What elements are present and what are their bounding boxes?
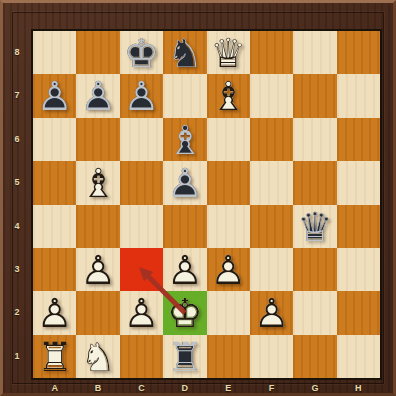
rank-label-5: 5 <box>7 161 27 204</box>
piece-outline-glyph: ♙ <box>33 74 76 117</box>
white-king[interactable]: ♚♔ <box>163 291 206 334</box>
piece-outline-glyph: ♙ <box>250 291 293 334</box>
piece-outline-glyph: ♗ <box>207 74 250 117</box>
square-a5[interactable] <box>33 161 76 204</box>
square-h1[interactable] <box>337 335 380 378</box>
square-c8[interactable]: ♚♔ <box>120 31 163 74</box>
square-e5[interactable] <box>207 161 250 204</box>
black-pawn[interactable]: ♟♙ <box>120 74 163 117</box>
rank-label-8: 8 <box>7 31 27 74</box>
square-c4[interactable] <box>120 205 163 248</box>
black-pawn[interactable]: ♟♙ <box>33 74 76 117</box>
square-g7[interactable] <box>293 74 336 117</box>
piece-outline-glyph: ♙ <box>207 248 250 291</box>
file-label-d: D <box>163 381 206 396</box>
file-label-a: A <box>33 381 76 396</box>
file-label-h: H <box>337 381 380 396</box>
piece-outline-glyph: ♙ <box>76 248 119 291</box>
square-g1[interactable] <box>293 335 336 378</box>
white-pawn[interactable]: ♟♙ <box>207 248 250 291</box>
file-label-e: E <box>207 381 250 396</box>
white-pawn[interactable]: ♟♙ <box>76 248 119 291</box>
square-f7[interactable] <box>250 74 293 117</box>
square-b8[interactable] <box>76 31 119 74</box>
chess-board: ♚♔♞♘♛♕♟♙♟♙♟♙♝♗♝♗♝♗♟♙♛♕♟♙♟♙♟♙♟♙♟♙♚♔♟♙♜♖♞♘… <box>33 31 380 378</box>
piece-outline-glyph: ♕ <box>207 31 250 74</box>
square-h6[interactable] <box>337 118 380 161</box>
square-g5[interactable] <box>293 161 336 204</box>
white-bishop[interactable]: ♝♗ <box>76 161 119 204</box>
square-b2[interactable] <box>76 291 119 334</box>
file-label-c: C <box>120 381 163 396</box>
square-e2[interactable] <box>207 291 250 334</box>
piece-outline-glyph: ♗ <box>76 161 119 204</box>
square-h5[interactable] <box>337 161 380 204</box>
square-b3[interactable]: ♟♙ <box>76 248 119 291</box>
square-f3[interactable] <box>250 248 293 291</box>
rank-label-2: 2 <box>7 291 27 334</box>
white-pawn[interactable]: ♟♙ <box>163 248 206 291</box>
square-e4[interactable] <box>207 205 250 248</box>
square-h7[interactable] <box>337 74 380 117</box>
square-b1[interactable]: ♞♘ <box>76 335 119 378</box>
square-d7[interactable] <box>163 74 206 117</box>
square-d6[interactable]: ♝♗ <box>163 118 206 161</box>
piece-outline-glyph: ♙ <box>163 161 206 204</box>
square-a8[interactable] <box>33 31 76 74</box>
black-pawn[interactable]: ♟♙ <box>76 74 119 117</box>
black-queen[interactable]: ♛♕ <box>293 205 336 248</box>
white-pawn[interactable]: ♟♙ <box>120 291 163 334</box>
square-g3[interactable] <box>293 248 336 291</box>
square-c3[interactable] <box>120 248 163 291</box>
white-bishop[interactable]: ♝♗ <box>207 74 250 117</box>
square-b7[interactable]: ♟♙ <box>76 74 119 117</box>
square-a1[interactable]: ♜♖ <box>33 335 76 378</box>
piece-outline-glyph: ♔ <box>163 291 206 334</box>
black-pawn[interactable]: ♟♙ <box>163 161 206 204</box>
square-e6[interactable] <box>207 118 250 161</box>
rank-label-4: 4 <box>7 205 27 248</box>
square-c1[interactable] <box>120 335 163 378</box>
white-pawn[interactable]: ♟♙ <box>33 291 76 334</box>
piece-outline-glyph: ♗ <box>163 118 206 161</box>
square-c2[interactable]: ♟♙ <box>120 291 163 334</box>
file-label-g: G <box>293 381 336 396</box>
board-frame-inner: ♚♔♞♘♛♕♟♙♟♙♟♙♝♗♝♗♝♗♟♙♛♕♟♙♟♙♟♙♟♙♟♙♚♔♟♙♜♖♞♘… <box>31 29 382 380</box>
square-b4[interactable] <box>76 205 119 248</box>
square-c5[interactable] <box>120 161 163 204</box>
square-g6[interactable] <box>293 118 336 161</box>
square-b5[interactable]: ♝♗ <box>76 161 119 204</box>
square-d3[interactable]: ♟♙ <box>163 248 206 291</box>
square-e8[interactable]: ♛♕ <box>207 31 250 74</box>
white-rook[interactable]: ♜♖ <box>33 335 76 378</box>
square-a7[interactable]: ♟♙ <box>33 74 76 117</box>
square-f4[interactable] <box>250 205 293 248</box>
square-h8[interactable] <box>337 31 380 74</box>
square-a2[interactable]: ♟♙ <box>33 291 76 334</box>
square-e7[interactable]: ♝♗ <box>207 74 250 117</box>
piece-outline-glyph: ♙ <box>163 248 206 291</box>
rank-label-1: 1 <box>7 335 27 378</box>
square-h3[interactable] <box>337 248 380 291</box>
square-a6[interactable] <box>33 118 76 161</box>
piece-outline-glyph: ♕ <box>293 205 336 248</box>
file-label-f: F <box>250 381 293 396</box>
square-h2[interactable] <box>337 291 380 334</box>
square-c6[interactable] <box>120 118 163 161</box>
piece-outline-glyph: ♙ <box>76 74 119 117</box>
square-a3[interactable] <box>33 248 76 291</box>
rank-label-6: 6 <box>7 118 27 161</box>
piece-outline-glyph: ♘ <box>163 31 206 74</box>
square-e3[interactable]: ♟♙ <box>207 248 250 291</box>
black-bishop[interactable]: ♝♗ <box>163 118 206 161</box>
square-f8[interactable] <box>250 31 293 74</box>
square-d8[interactable]: ♞♘ <box>163 31 206 74</box>
square-d1[interactable]: ♜♖ <box>163 335 206 378</box>
piece-outline-glyph: ♔ <box>120 31 163 74</box>
square-d4[interactable] <box>163 205 206 248</box>
square-a4[interactable] <box>33 205 76 248</box>
square-g2[interactable] <box>293 291 336 334</box>
square-g8[interactable] <box>293 31 336 74</box>
black-rook[interactable]: ♜♖ <box>163 335 206 378</box>
square-e1[interactable] <box>207 335 250 378</box>
rank-label-3: 3 <box>7 248 27 291</box>
square-f1[interactable] <box>250 335 293 378</box>
square-h4[interactable] <box>337 205 380 248</box>
piece-outline-glyph: ♖ <box>163 335 206 378</box>
piece-outline-glyph: ♙ <box>33 291 76 334</box>
square-f5[interactable] <box>250 161 293 204</box>
white-queen[interactable]: ♛♕ <box>207 31 250 74</box>
chess-board-widget: 87654321 ABCDEFGH ♚♔♞♘♛♕♟♙♟♙♟♙♝♗♝♗♝♗♟♙♛♕… <box>0 0 396 396</box>
piece-outline-glyph: ♙ <box>120 291 163 334</box>
black-king[interactable]: ♚♔ <box>120 31 163 74</box>
black-knight[interactable]: ♞♘ <box>163 31 206 74</box>
square-d2[interactable]: ♚♔ <box>163 291 206 334</box>
square-f6[interactable] <box>250 118 293 161</box>
square-c7[interactable]: ♟♙ <box>120 74 163 117</box>
square-d5[interactable]: ♟♙ <box>163 161 206 204</box>
piece-outline-glyph: ♖ <box>33 335 76 378</box>
square-g4[interactable]: ♛♕ <box>293 205 336 248</box>
white-knight[interactable]: ♞♘ <box>76 335 119 378</box>
square-b6[interactable] <box>76 118 119 161</box>
white-pawn[interactable]: ♟♙ <box>250 291 293 334</box>
piece-outline-glyph: ♘ <box>76 335 119 378</box>
piece-outline-glyph: ♙ <box>120 74 163 117</box>
square-f2[interactable]: ♟♙ <box>250 291 293 334</box>
file-label-b: B <box>76 381 119 396</box>
rank-label-7: 7 <box>7 74 27 117</box>
